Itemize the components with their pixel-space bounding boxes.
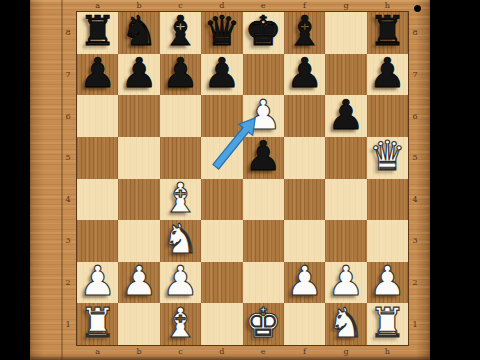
piece-white-pawn-c2[interactable]: ♟ <box>162 261 199 302</box>
piece-white-pawn-e6[interactable]: ♟ <box>245 95 282 136</box>
square-f7[interactable]: ♟ <box>284 54 325 96</box>
square-d5[interactable] <box>201 137 242 179</box>
square-d4[interactable] <box>201 179 242 221</box>
piece-black-king-e8[interactable]: ♚ <box>245 11 282 52</box>
square-c6[interactable] <box>160 95 201 137</box>
piece-black-bishop-f8[interactable]: ♝ <box>286 11 323 52</box>
piece-white-knight-g1[interactable]: ♞ <box>328 303 365 344</box>
square-d8[interactable]: ♛ <box>201 12 242 54</box>
square-c8[interactable]: ♝ <box>160 12 201 54</box>
square-e5[interactable]: ♟ <box>243 137 284 179</box>
square-b8[interactable]: ♞ <box>118 12 159 54</box>
square-g8[interactable] <box>325 12 366 54</box>
square-g6[interactable]: ♟ <box>325 95 366 137</box>
square-g3[interactable] <box>325 220 366 262</box>
square-f2[interactable]: ♟ <box>284 262 325 304</box>
square-d6[interactable] <box>201 95 242 137</box>
piece-black-pawn-f7[interactable]: ♟ <box>286 53 323 94</box>
square-f3[interactable] <box>284 220 325 262</box>
video-frame: ♜♞♝♛♚♝♜♟♟♟♟♟♟♟♟♟♛♝♞♟♟♟♟♟♟♜♝♚♞♜ abcdefgh … <box>0 0 480 360</box>
letterbox-right <box>430 0 480 360</box>
square-e2[interactable] <box>243 262 284 304</box>
piece-white-queen-h5[interactable]: ♛ <box>369 136 406 177</box>
square-f8[interactable]: ♝ <box>284 12 325 54</box>
square-e8[interactable]: ♚ <box>243 12 284 54</box>
square-c3[interactable]: ♞ <box>160 220 201 262</box>
square-g4[interactable] <box>325 179 366 221</box>
square-a3[interactable] <box>77 220 118 262</box>
piece-white-king-e1[interactable]: ♚ <box>245 303 282 344</box>
square-h3[interactable] <box>367 220 408 262</box>
square-g2[interactable]: ♟ <box>325 262 366 304</box>
square-d2[interactable] <box>201 262 242 304</box>
square-a2[interactable]: ♟ <box>77 262 118 304</box>
piece-white-knight-c3[interactable]: ♞ <box>162 219 199 260</box>
square-d1[interactable] <box>201 303 242 345</box>
chess-board: ♜♞♝♛♚♝♜♟♟♟♟♟♟♟♟♟♛♝♞♟♟♟♟♟♟♜♝♚♞♜ <box>77 12 408 345</box>
piece-white-bishop-c4[interactable]: ♝ <box>162 178 199 219</box>
square-e3[interactable] <box>243 220 284 262</box>
square-c5[interactable] <box>160 137 201 179</box>
piece-white-rook-h1[interactable]: ♜ <box>369 303 406 344</box>
square-b2[interactable]: ♟ <box>118 262 159 304</box>
square-b7[interactable]: ♟ <box>118 54 159 96</box>
piece-black-rook-h8[interactable]: ♜ <box>369 11 406 52</box>
square-c2[interactable]: ♟ <box>160 262 201 304</box>
frame-seam <box>61 0 63 360</box>
square-d7[interactable]: ♟ <box>201 54 242 96</box>
square-b1[interactable] <box>118 303 159 345</box>
square-h4[interactable] <box>367 179 408 221</box>
square-a4[interactable] <box>77 179 118 221</box>
piece-black-pawn-d7[interactable]: ♟ <box>203 53 240 94</box>
square-g7[interactable] <box>325 54 366 96</box>
piece-black-rook-a8[interactable]: ♜ <box>79 11 116 52</box>
square-e1[interactable]: ♚ <box>243 303 284 345</box>
square-c7[interactable]: ♟ <box>160 54 201 96</box>
square-b5[interactable] <box>118 137 159 179</box>
square-g1[interactable]: ♞ <box>325 303 366 345</box>
square-d3[interactable] <box>201 220 242 262</box>
piece-white-pawn-g2[interactable]: ♟ <box>328 261 365 302</box>
piece-white-pawn-f2[interactable]: ♟ <box>286 261 323 302</box>
square-h2[interactable]: ♟ <box>367 262 408 304</box>
square-a5[interactable] <box>77 137 118 179</box>
square-h6[interactable] <box>367 95 408 137</box>
square-h5[interactable]: ♛ <box>367 137 408 179</box>
square-h7[interactable]: ♟ <box>367 54 408 96</box>
piece-black-queen-d8[interactable]: ♛ <box>203 11 240 52</box>
square-a8[interactable]: ♜ <box>77 12 118 54</box>
square-e4[interactable] <box>243 179 284 221</box>
square-a1[interactable]: ♜ <box>77 303 118 345</box>
square-g5[interactable] <box>325 137 366 179</box>
square-f5[interactable] <box>284 137 325 179</box>
square-e7[interactable] <box>243 54 284 96</box>
piece-black-pawn-e5[interactable]: ♟ <box>245 136 282 177</box>
piece-white-rook-a1[interactable]: ♜ <box>79 303 116 344</box>
square-b4[interactable] <box>118 179 159 221</box>
square-h1[interactable]: ♜ <box>367 303 408 345</box>
piece-white-pawn-b2[interactable]: ♟ <box>121 261 158 302</box>
piece-black-pawn-b7[interactable]: ♟ <box>121 53 158 94</box>
letterbox-left <box>0 0 30 360</box>
piece-white-pawn-h2[interactable]: ♟ <box>369 261 406 302</box>
square-b3[interactable] <box>118 220 159 262</box>
square-f6[interactable] <box>284 95 325 137</box>
piece-black-pawn-h7[interactable]: ♟ <box>369 53 406 94</box>
piece-black-bishop-c8[interactable]: ♝ <box>162 11 199 52</box>
piece-black-pawn-c7[interactable]: ♟ <box>162 53 199 94</box>
corner-pin-icon <box>414 5 421 12</box>
square-h8[interactable]: ♜ <box>367 12 408 54</box>
piece-black-pawn-a7[interactable]: ♟ <box>79 53 116 94</box>
square-a6[interactable] <box>77 95 118 137</box>
piece-white-pawn-a2[interactable]: ♟ <box>79 261 116 302</box>
piece-black-knight-b8[interactable]: ♞ <box>121 11 158 52</box>
square-f1[interactable] <box>284 303 325 345</box>
square-c4[interactable]: ♝ <box>160 179 201 221</box>
square-c1[interactable]: ♝ <box>160 303 201 345</box>
square-e6[interactable]: ♟ <box>243 95 284 137</box>
square-b6[interactable] <box>118 95 159 137</box>
piece-white-bishop-c1[interactable]: ♝ <box>162 303 199 344</box>
square-f4[interactable] <box>284 179 325 221</box>
piece-black-pawn-g6[interactable]: ♟ <box>328 95 365 136</box>
square-a7[interactable]: ♟ <box>77 54 118 96</box>
